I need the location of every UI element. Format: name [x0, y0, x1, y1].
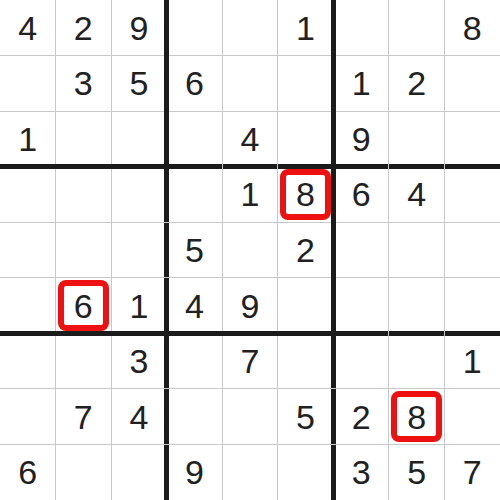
- cell-r8c5[interactable]: [222, 389, 278, 445]
- cell-r9c1[interactable]: 6: [0, 444, 56, 500]
- cell-value: 7: [74, 400, 93, 434]
- cell-r4c9[interactable]: [444, 167, 500, 223]
- cell-r2c2[interactable]: 3: [56, 56, 112, 112]
- cell-r3c9[interactable]: [444, 111, 500, 167]
- cell-r8c7[interactable]: 2: [333, 389, 389, 445]
- cell-r6c9[interactable]: [444, 278, 500, 334]
- cell-value: 9: [129, 11, 148, 45]
- cell-r8c4[interactable]: [167, 389, 223, 445]
- cell-r8c6[interactable]: 5: [278, 389, 334, 445]
- cell-value: 5: [296, 400, 315, 434]
- cell-r4c7[interactable]: 6: [333, 167, 389, 223]
- cell-value: 7: [463, 455, 482, 489]
- cell-value: 4: [18, 11, 37, 45]
- cell-r6c3[interactable]: 1: [111, 278, 167, 334]
- cell-r3c5[interactable]: 4: [222, 111, 278, 167]
- cell-r5c4[interactable]: 5: [167, 222, 223, 278]
- cell-r4c4[interactable]: [167, 167, 223, 223]
- cell-r8c3[interactable]: 4: [111, 389, 167, 445]
- cell-value: 8: [296, 177, 315, 211]
- cell-value: 4: [185, 289, 204, 323]
- cell-r7c1[interactable]: [0, 333, 56, 389]
- cell-r2c5[interactable]: [222, 56, 278, 112]
- cell-value: 1: [463, 344, 482, 378]
- cell-r9c8[interactable]: 5: [389, 444, 445, 500]
- cell-r9c3[interactable]: [111, 444, 167, 500]
- cell-value: 2: [352, 400, 371, 434]
- sudoku-board: 429183561214918645261493717452869357: [0, 0, 500, 500]
- cell-r6c8[interactable]: [389, 278, 445, 334]
- cell-r1c1[interactable]: 4: [0, 0, 56, 56]
- cell-r3c8[interactable]: [389, 111, 445, 167]
- cell-value: 2: [296, 233, 315, 267]
- cell-value: 3: [352, 455, 371, 489]
- cell-value: 4: [241, 122, 260, 156]
- cell-r4c3[interactable]: [111, 167, 167, 223]
- cell-r5c9[interactable]: [444, 222, 500, 278]
- cell-r4c6[interactable]: 8: [278, 167, 334, 223]
- cell-r2c1[interactable]: [0, 56, 56, 112]
- cell-r6c1[interactable]: [0, 278, 56, 334]
- cell-r4c1[interactable]: [0, 167, 56, 223]
- cell-r4c2[interactable]: [56, 167, 112, 223]
- cell-r8c2[interactable]: 7: [56, 389, 112, 445]
- cell-r6c6[interactable]: [278, 278, 334, 334]
- cell-r1c4[interactable]: [167, 0, 223, 56]
- cell-value: 9: [241, 289, 260, 323]
- cell-r2c4[interactable]: 6: [167, 56, 223, 112]
- cell-value: 6: [185, 66, 204, 100]
- cell-r5c3[interactable]: [111, 222, 167, 278]
- cell-value: 6: [18, 455, 37, 489]
- cell-r2c6[interactable]: [278, 56, 334, 112]
- cell-r1c8[interactable]: [389, 0, 445, 56]
- cell-r8c9[interactable]: [444, 389, 500, 445]
- sudoku-cells: 429183561214918645261493717452869357: [0, 0, 500, 500]
- cell-r7c7[interactable]: [333, 333, 389, 389]
- cell-value: 6: [74, 289, 93, 323]
- cell-value: 5: [407, 455, 426, 489]
- cell-value: 4: [129, 400, 148, 434]
- cell-r1c6[interactable]: 1: [278, 0, 334, 56]
- cell-r2c7[interactable]: 1: [333, 56, 389, 112]
- cell-r2c8[interactable]: 2: [389, 56, 445, 112]
- cell-r5c7[interactable]: [333, 222, 389, 278]
- cell-r8c1[interactable]: [0, 389, 56, 445]
- cell-r3c1[interactable]: 1: [0, 111, 56, 167]
- cell-value: 9: [185, 455, 204, 489]
- cell-r4c5[interactable]: 1: [222, 167, 278, 223]
- cell-value: 1: [129, 289, 148, 323]
- cell-r6c2[interactable]: 6: [56, 278, 112, 334]
- cell-value: 1: [296, 11, 315, 45]
- cell-r6c5[interactable]: 9: [222, 278, 278, 334]
- cell-value: 2: [74, 11, 93, 45]
- cell-r7c4[interactable]: [167, 333, 223, 389]
- cell-value: 8: [407, 400, 426, 434]
- cell-value: 1: [18, 122, 37, 156]
- cell-r7c3[interactable]: 3: [111, 333, 167, 389]
- cell-r6c4[interactable]: 4: [167, 278, 223, 334]
- cell-r1c5[interactable]: [222, 0, 278, 56]
- cell-r5c6[interactable]: 2: [278, 222, 334, 278]
- cell-value: 3: [74, 66, 93, 100]
- cell-value: 3: [129, 344, 148, 378]
- cell-value: 5: [129, 66, 148, 100]
- cell-value: 1: [241, 177, 260, 211]
- cell-value: 6: [352, 177, 371, 211]
- cell-r8c8[interactable]: 8: [389, 389, 445, 445]
- cell-r7c6[interactable]: [278, 333, 334, 389]
- cell-r3c4[interactable]: [167, 111, 223, 167]
- cell-value: 9: [352, 122, 371, 156]
- cell-r1c9[interactable]: 8: [444, 0, 500, 56]
- cell-r2c9[interactable]: [444, 56, 500, 112]
- cell-r5c8[interactable]: [389, 222, 445, 278]
- cell-value: 4: [407, 177, 426, 211]
- cell-r9c2[interactable]: [56, 444, 112, 500]
- cell-r9c7[interactable]: 3: [333, 444, 389, 500]
- cell-r3c6[interactable]: [278, 111, 334, 167]
- cell-value: 1: [352, 66, 371, 100]
- cell-r5c2[interactable]: [56, 222, 112, 278]
- cell-r7c9[interactable]: 1: [444, 333, 500, 389]
- cell-value: 5: [185, 233, 204, 267]
- cell-r1c7[interactable]: [333, 0, 389, 56]
- cell-r4c8[interactable]: 4: [389, 167, 445, 223]
- cell-r1c3[interactable]: 9: [111, 0, 167, 56]
- cell-r7c2[interactable]: [56, 333, 112, 389]
- cell-r3c7[interactable]: 9: [333, 111, 389, 167]
- cell-r3c2[interactable]: [56, 111, 112, 167]
- cell-r9c5[interactable]: [222, 444, 278, 500]
- cell-r6c7[interactable]: [333, 278, 389, 334]
- cell-r2c3[interactable]: 5: [111, 56, 167, 112]
- cell-r1c2[interactable]: 2: [56, 0, 112, 56]
- cell-r9c6[interactable]: [278, 444, 334, 500]
- cell-r9c4[interactable]: 9: [167, 444, 223, 500]
- cell-value: 7: [241, 344, 260, 378]
- cell-r5c1[interactable]: [0, 222, 56, 278]
- cell-r3c3[interactable]: [111, 111, 167, 167]
- cell-r7c5[interactable]: 7: [222, 333, 278, 389]
- cell-value: 2: [407, 66, 426, 100]
- cell-r5c5[interactable]: [222, 222, 278, 278]
- cell-r9c9[interactable]: 7: [444, 444, 500, 500]
- cell-value: 8: [463, 11, 482, 45]
- cell-r7c8[interactable]: [389, 333, 445, 389]
